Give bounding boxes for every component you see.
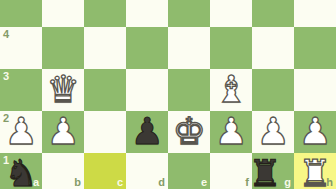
square-e2[interactable]: ♚ bbox=[168, 111, 210, 153]
square-g4[interactable] bbox=[252, 27, 294, 69]
square-c3[interactable] bbox=[84, 69, 126, 111]
square-c2[interactable] bbox=[84, 111, 126, 153]
square-b2[interactable]: ♟ bbox=[42, 111, 84, 153]
square-a1[interactable]: 1a♞ bbox=[0, 153, 42, 189]
square-d5[interactable] bbox=[126, 0, 168, 27]
square-h1[interactable]: h♜ bbox=[294, 153, 336, 189]
square-d3[interactable] bbox=[126, 69, 168, 111]
square-e1[interactable]: e bbox=[168, 153, 210, 189]
square-b1[interactable]: b bbox=[42, 153, 84, 189]
square-e4[interactable] bbox=[168, 27, 210, 69]
square-g3[interactable] bbox=[252, 69, 294, 111]
white-queen-b3[interactable]: ♛ bbox=[42, 69, 84, 111]
file-label-d: d bbox=[158, 177, 165, 188]
file-label-b: b bbox=[74, 177, 81, 188]
white-pawn-f2[interactable]: ♟ bbox=[210, 111, 252, 153]
square-b5[interactable] bbox=[42, 0, 84, 27]
square-c4[interactable] bbox=[84, 27, 126, 69]
square-h4[interactable] bbox=[294, 27, 336, 69]
square-a2[interactable]: 2♟ bbox=[0, 111, 42, 153]
file-label-c: c bbox=[117, 177, 123, 188]
square-g1[interactable]: g♜ bbox=[252, 153, 294, 189]
square-f2[interactable]: ♟ bbox=[210, 111, 252, 153]
square-a4[interactable]: 4 bbox=[0, 27, 42, 69]
square-h2[interactable]: ♟ bbox=[294, 111, 336, 153]
chess-board-viewport: 543♛♝2♟♟♟♚♟♟♟1a♞bcdefg♜h♜ bbox=[0, 0, 336, 189]
square-f4[interactable] bbox=[210, 27, 252, 69]
black-rook-g1[interactable]: ♜ bbox=[244, 153, 286, 189]
square-f3[interactable]: ♝ bbox=[210, 69, 252, 111]
white-pawn-h2[interactable]: ♟ bbox=[294, 111, 336, 153]
square-b3[interactable]: ♛ bbox=[42, 69, 84, 111]
file-label-e: e bbox=[201, 177, 207, 188]
square-d4[interactable] bbox=[126, 27, 168, 69]
square-f5[interactable] bbox=[210, 0, 252, 27]
square-b4[interactable] bbox=[42, 27, 84, 69]
square-e3[interactable] bbox=[168, 69, 210, 111]
square-d1[interactable]: d bbox=[126, 153, 168, 189]
square-a3[interactable]: 3 bbox=[0, 69, 42, 111]
white-king-e2[interactable]: ♚ bbox=[168, 111, 210, 153]
chess-board: 543♛♝2♟♟♟♚♟♟♟1a♞bcdefg♜h♜ bbox=[0, 0, 336, 189]
white-rook-h1[interactable]: ♜ bbox=[294, 153, 336, 189]
square-h5[interactable] bbox=[294, 0, 336, 27]
square-c1[interactable]: c bbox=[84, 153, 126, 189]
white-pawn-a2[interactable]: ♟ bbox=[0, 111, 42, 153]
square-d2[interactable]: ♟ bbox=[126, 111, 168, 153]
white-pawn-b2[interactable]: ♟ bbox=[42, 111, 84, 153]
rank-label-3: 3 bbox=[3, 71, 9, 82]
square-a5[interactable]: 5 bbox=[0, 0, 42, 27]
square-c5[interactable] bbox=[84, 0, 126, 27]
black-pawn-d2[interactable]: ♟ bbox=[126, 111, 168, 153]
square-g2[interactable]: ♟ bbox=[252, 111, 294, 153]
square-h3[interactable] bbox=[294, 69, 336, 111]
white-pawn-g2[interactable]: ♟ bbox=[252, 111, 294, 153]
black-knight-a1[interactable]: ♞ bbox=[0, 153, 42, 189]
square-e5[interactable] bbox=[168, 0, 210, 27]
square-g5[interactable] bbox=[252, 0, 294, 27]
rank-label-4: 4 bbox=[3, 29, 9, 40]
white-bishop-f3[interactable]: ♝ bbox=[210, 69, 252, 111]
